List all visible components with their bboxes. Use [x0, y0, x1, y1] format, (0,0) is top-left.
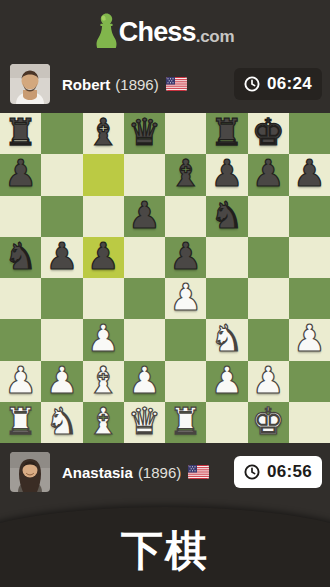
- square-h2[interactable]: [289, 361, 330, 402]
- square-e1[interactable]: ♜: [165, 402, 206, 443]
- square-b8[interactable]: [41, 113, 82, 154]
- square-a3[interactable]: [0, 319, 41, 360]
- square-d1[interactable]: ♛: [124, 402, 165, 443]
- piece-black-pawn[interactable]: ♟: [293, 155, 326, 192]
- square-g5[interactable]: [248, 237, 289, 278]
- square-d2[interactable]: ♟: [124, 361, 165, 402]
- brand-text: Chess: [119, 19, 196, 46]
- piece-white-pawn[interactable]: ♟: [169, 279, 202, 316]
- bottom-clock-time: 06:56: [267, 462, 312, 482]
- square-a8[interactable]: ♜: [0, 113, 41, 154]
- square-c5[interactable]: ♟: [83, 237, 124, 278]
- square-h6[interactable]: [289, 196, 330, 237]
- square-a7[interactable]: ♟: [0, 154, 41, 195]
- square-g1[interactable]: ♚: [248, 402, 289, 443]
- bottom-player-name[interactable]: Anastasia: [62, 464, 133, 481]
- square-d5[interactable]: [124, 237, 165, 278]
- piece-white-pawn[interactable]: ♟: [128, 362, 161, 399]
- piece-black-rook[interactable]: ♜: [4, 114, 37, 151]
- square-f3[interactable]: ♞: [206, 319, 247, 360]
- square-d8[interactable]: ♛: [124, 113, 165, 154]
- square-d7[interactable]: [124, 154, 165, 195]
- square-f6[interactable]: ♞: [206, 196, 247, 237]
- square-e7[interactable]: ♝: [165, 154, 206, 195]
- piece-white-pawn[interactable]: ♟: [45, 362, 78, 399]
- piece-black-pawn[interactable]: ♟: [45, 238, 78, 275]
- clock-icon: [244, 76, 260, 92]
- square-d3[interactable]: [124, 319, 165, 360]
- square-f2[interactable]: ♟: [206, 361, 247, 402]
- app-header: Chess .com: [0, 0, 330, 58]
- bottom-player-avatar[interactable]: [10, 452, 50, 492]
- square-d6[interactable]: ♟: [124, 196, 165, 237]
- piece-white-queen[interactable]: ♛: [128, 403, 161, 440]
- brand-suffix-text: .com: [196, 28, 234, 45]
- square-c3[interactable]: ♟: [83, 319, 124, 360]
- top-player-avatar[interactable]: [10, 64, 50, 104]
- square-e4[interactable]: ♟: [165, 278, 206, 319]
- piece-white-rook[interactable]: ♜: [169, 403, 202, 440]
- bottom-player-bar: Anastasia (1896): [0, 450, 330, 494]
- square-a2[interactable]: ♟: [0, 361, 41, 402]
- bottom-player-rating: (1896): [138, 464, 181, 481]
- piece-white-pawn[interactable]: ♟: [252, 362, 285, 399]
- play-chess-label[interactable]: 下棋: [121, 523, 209, 587]
- bottom-player-info: Anastasia (1896): [62, 464, 234, 481]
- square-e5[interactable]: ♟: [165, 237, 206, 278]
- piece-black-pawn[interactable]: ♟: [87, 238, 120, 275]
- piece-white-bishop[interactable]: ♝: [87, 362, 120, 399]
- pawn-logo-icon: [96, 12, 117, 49]
- top-player-bar: Robert (1896): [0, 62, 330, 106]
- piece-black-pawn[interactable]: ♟: [128, 197, 161, 234]
- us-flag-icon: [188, 465, 209, 479]
- piece-black-queen[interactable]: ♛: [128, 114, 161, 151]
- piece-white-pawn[interactable]: ♟: [4, 362, 37, 399]
- piece-black-king[interactable]: ♚: [252, 114, 285, 151]
- square-b5[interactable]: ♟: [41, 237, 82, 278]
- square-g7[interactable]: ♟: [248, 154, 289, 195]
- square-e6[interactable]: [165, 196, 206, 237]
- square-f4[interactable]: [206, 278, 247, 319]
- footer-zone: 下棋: [0, 497, 330, 587]
- square-g2[interactable]: ♟: [248, 361, 289, 402]
- square-e2[interactable]: [165, 361, 206, 402]
- us-flag-icon: [166, 77, 187, 91]
- square-h5[interactable]: [289, 237, 330, 278]
- piece-white-bishop[interactable]: ♝: [87, 403, 120, 440]
- square-b6[interactable]: [41, 196, 82, 237]
- square-h8[interactable]: [289, 113, 330, 154]
- square-a5[interactable]: ♞: [0, 237, 41, 278]
- piece-white-knight[interactable]: ♞: [210, 320, 243, 357]
- square-c4[interactable]: [83, 278, 124, 319]
- piece-black-rook[interactable]: ♜: [210, 114, 243, 151]
- square-b2[interactable]: ♟: [41, 361, 82, 402]
- square-e3[interactable]: [165, 319, 206, 360]
- square-b1[interactable]: ♞: [41, 402, 82, 443]
- square-h7[interactable]: ♟: [289, 154, 330, 195]
- piece-black-knight[interactable]: ♞: [210, 197, 243, 234]
- piece-black-bishop[interactable]: ♝: [87, 114, 120, 151]
- square-b4[interactable]: [41, 278, 82, 319]
- square-a4[interactable]: [0, 278, 41, 319]
- square-b3[interactable]: [41, 319, 82, 360]
- square-g3[interactable]: [248, 319, 289, 360]
- piece-white-rook[interactable]: ♜: [4, 403, 37, 440]
- square-c8[interactable]: ♝: [83, 113, 124, 154]
- piece-white-king[interactable]: ♚: [252, 403, 285, 440]
- piece-white-pawn[interactable]: ♟: [293, 320, 326, 357]
- piece-white-knight[interactable]: ♞: [45, 403, 78, 440]
- square-e8[interactable]: [165, 113, 206, 154]
- piece-black-bishop[interactable]: ♝: [169, 155, 202, 192]
- square-a6[interactable]: [0, 196, 41, 237]
- clock-icon: [244, 464, 260, 480]
- square-f5[interactable]: [206, 237, 247, 278]
- top-clock-time: 06:24: [267, 74, 312, 94]
- top-player-name[interactable]: Robert: [62, 76, 110, 93]
- chesscom-logo[interactable]: Chess .com: [96, 12, 235, 46]
- square-d4[interactable]: [124, 278, 165, 319]
- top-player-rating: (1896): [115, 76, 158, 93]
- piece-black-pawn[interactable]: ♟: [169, 238, 202, 275]
- avatar-photo-female: [10, 452, 50, 492]
- square-a1[interactable]: ♜: [0, 402, 41, 443]
- piece-black-pawn[interactable]: ♟: [4, 155, 37, 192]
- top-player-info: Robert (1896): [62, 76, 234, 93]
- square-f8[interactable]: ♜: [206, 113, 247, 154]
- piece-white-pawn[interactable]: ♟: [210, 362, 243, 399]
- top-player-clock: 06:24: [234, 68, 322, 100]
- footer-panel: 下棋: [0, 507, 330, 587]
- avatar-photo-male: [10, 64, 50, 104]
- square-g4[interactable]: [248, 278, 289, 319]
- square-f1[interactable]: [206, 402, 247, 443]
- square-c2[interactable]: ♝: [83, 361, 124, 402]
- square-g6[interactable]: [248, 196, 289, 237]
- chess-board[interactable]: ♜♝♛♜♚♟♝♟♟♟♟♞♞♟♟♟♟♟♞♟♟♟♝♟♟♟♜♞♝♛♜♚: [0, 113, 330, 443]
- piece-black-pawn[interactable]: ♟: [210, 155, 243, 192]
- piece-black-knight[interactable]: ♞: [4, 238, 37, 275]
- square-h4[interactable]: [289, 278, 330, 319]
- piece-white-pawn[interactable]: ♟: [87, 320, 120, 357]
- square-f7[interactable]: ♟: [206, 154, 247, 195]
- chess-app-screen: { "game": "chess", "header": { "brand": …: [0, 0, 330, 587]
- square-h3[interactable]: ♟: [289, 319, 330, 360]
- square-c1[interactable]: ♝: [83, 402, 124, 443]
- piece-black-pawn[interactable]: ♟: [252, 155, 285, 192]
- square-b7[interactable]: [41, 154, 82, 195]
- bottom-player-clock: 06:56: [234, 456, 322, 488]
- square-g8[interactable]: ♚: [248, 113, 289, 154]
- square-h1[interactable]: [289, 402, 330, 443]
- square-c6[interactable]: [83, 196, 124, 237]
- square-c7[interactable]: [83, 154, 124, 195]
